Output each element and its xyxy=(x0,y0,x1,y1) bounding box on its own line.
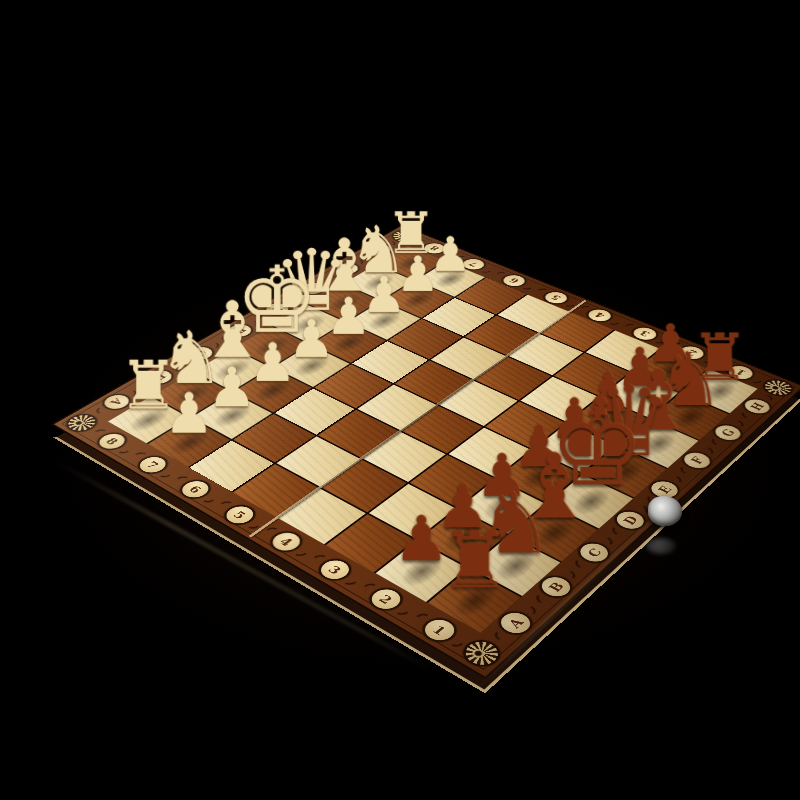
background: ABCDEFGH ABCDEFGH 87654321 87654321 ♜♞♝♚… xyxy=(0,0,800,800)
file-label-h: H xyxy=(738,395,777,418)
rosette-icon xyxy=(59,410,103,435)
rank-label-left-7: 7 xyxy=(132,452,174,477)
piece-light-pawn-a7[interactable]: ♟ xyxy=(150,386,229,442)
hinge xyxy=(648,496,682,526)
playing-area: ♜♞♝♚♛♝♞♜♟♟♟♟♟♟♟♟♟♟♟♟♟♟♟♟♜♞♝♚♛♝♞♜ xyxy=(108,246,758,633)
piece-dark-rook-a1[interactable]: ♜ xyxy=(429,522,519,600)
rosette-icon xyxy=(757,376,798,400)
scene: ABCDEFGH ABCDEFGH 87654321 87654321 ♜♞♝♚… xyxy=(0,0,800,800)
rank-label-left-8: 8 xyxy=(91,429,132,453)
hinge-reflection xyxy=(646,538,676,554)
chess-board: ABCDEFGH ABCDEFGH 87654321 87654321 ♜♞♝♚… xyxy=(51,225,800,680)
board-frame: ABCDEFGH ABCDEFGH 87654321 87654321 ♜♞♝♚… xyxy=(51,225,800,680)
